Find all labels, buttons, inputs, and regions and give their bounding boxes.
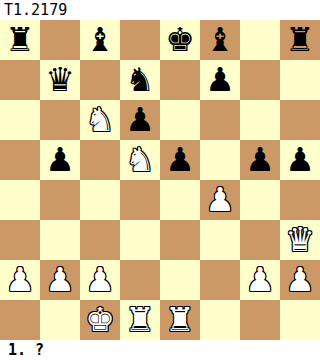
white-pawn[interactable]: ♟ (205, 180, 235, 220)
square-h1[interactable] (280, 300, 320, 340)
square-d2[interactable] (120, 260, 160, 300)
square-b8[interactable] (40, 20, 80, 60)
black-pawn[interactable]: ♟ (165, 140, 195, 180)
square-c6[interactable]: ♞ (80, 100, 120, 140)
square-d3[interactable] (120, 220, 160, 260)
move-prompt-bar: 1. ? (0, 340, 320, 360)
black-queen[interactable]: ♛ (45, 60, 75, 100)
square-h7[interactable] (280, 60, 320, 100)
square-g7[interactable] (240, 60, 280, 100)
black-bishop[interactable]: ♝ (205, 20, 235, 60)
white-rook[interactable]: ♜ (125, 300, 155, 340)
square-f7[interactable]: ♟ (200, 60, 240, 100)
square-f5[interactable] (200, 140, 240, 180)
square-e2[interactable] (160, 260, 200, 300)
square-g6[interactable] (240, 100, 280, 140)
square-c4[interactable] (80, 180, 120, 220)
black-knight[interactable]: ♞ (125, 60, 155, 100)
square-c3[interactable] (80, 220, 120, 260)
square-g5[interactable]: ♟ (240, 140, 280, 180)
square-h6[interactable] (280, 100, 320, 140)
white-rook[interactable]: ♜ (165, 300, 195, 340)
chess-board: ♜♝♚♝♜♛♞♟♞♟♟♞♟♟♟♟♛♟♟♟♟♟♚♜♜ (0, 20, 320, 340)
square-b7[interactable]: ♛ (40, 60, 80, 100)
square-c8[interactable]: ♝ (80, 20, 120, 60)
square-d8[interactable] (120, 20, 160, 60)
square-h5[interactable]: ♟ (280, 140, 320, 180)
black-pawn[interactable]: ♟ (45, 140, 75, 180)
white-pawn[interactable]: ♟ (85, 260, 115, 300)
square-b1[interactable] (40, 300, 80, 340)
square-h2[interactable]: ♟ (280, 260, 320, 300)
square-b5[interactable]: ♟ (40, 140, 80, 180)
square-e1[interactable]: ♜ (160, 300, 200, 340)
black-pawn[interactable]: ♟ (285, 140, 315, 180)
square-e3[interactable] (160, 220, 200, 260)
square-d4[interactable] (120, 180, 160, 220)
square-c5[interactable] (80, 140, 120, 180)
square-f2[interactable] (200, 260, 240, 300)
square-c7[interactable] (80, 60, 120, 100)
square-b2[interactable]: ♟ (40, 260, 80, 300)
white-pawn[interactable]: ♟ (5, 260, 35, 300)
square-f4[interactable]: ♟ (200, 180, 240, 220)
square-e5[interactable]: ♟ (160, 140, 200, 180)
square-g2[interactable]: ♟ (240, 260, 280, 300)
square-e4[interactable] (160, 180, 200, 220)
square-g8[interactable] (240, 20, 280, 60)
square-b6[interactable] (40, 100, 80, 140)
square-a1[interactable] (0, 300, 40, 340)
square-g3[interactable] (240, 220, 280, 260)
square-d1[interactable]: ♜ (120, 300, 160, 340)
black-pawn[interactable]: ♟ (125, 100, 155, 140)
black-rook[interactable]: ♜ (285, 20, 315, 60)
square-f1[interactable] (200, 300, 240, 340)
white-knight[interactable]: ♞ (125, 140, 155, 180)
white-queen[interactable]: ♛ (285, 220, 315, 260)
square-f6[interactable] (200, 100, 240, 140)
square-e6[interactable] (160, 100, 200, 140)
square-c1[interactable]: ♚ (80, 300, 120, 340)
square-a3[interactable] (0, 220, 40, 260)
black-bishop[interactable]: ♝ (85, 20, 115, 60)
white-pawn[interactable]: ♟ (285, 260, 315, 300)
white-king[interactable]: ♚ (85, 300, 115, 340)
square-a2[interactable]: ♟ (0, 260, 40, 300)
square-b4[interactable] (40, 180, 80, 220)
puzzle-id: T1.2179 (0, 0, 67, 20)
white-pawn[interactable]: ♟ (45, 260, 75, 300)
puzzle-header: T1.2179 (0, 0, 320, 20)
square-f3[interactable] (200, 220, 240, 260)
black-king[interactable]: ♚ (165, 20, 195, 60)
black-rook[interactable]: ♜ (5, 20, 35, 60)
square-f8[interactable]: ♝ (200, 20, 240, 60)
square-c2[interactable]: ♟ (80, 260, 120, 300)
square-g4[interactable] (240, 180, 280, 220)
square-g1[interactable] (240, 300, 280, 340)
square-h4[interactable] (280, 180, 320, 220)
square-a5[interactable] (0, 140, 40, 180)
square-d5[interactable]: ♞ (120, 140, 160, 180)
square-b3[interactable] (40, 220, 80, 260)
square-e7[interactable] (160, 60, 200, 100)
black-pawn[interactable]: ♟ (245, 140, 275, 180)
square-a4[interactable] (0, 180, 40, 220)
white-knight[interactable]: ♞ (85, 100, 115, 140)
square-d7[interactable]: ♞ (120, 60, 160, 100)
black-pawn[interactable]: ♟ (205, 60, 235, 100)
square-h3[interactable]: ♛ (280, 220, 320, 260)
square-h8[interactable]: ♜ (280, 20, 320, 60)
white-pawn[interactable]: ♟ (245, 260, 275, 300)
square-a8[interactable]: ♜ (0, 20, 40, 60)
square-d6[interactable]: ♟ (120, 100, 160, 140)
square-a7[interactable] (0, 60, 40, 100)
square-a6[interactable] (0, 100, 40, 140)
move-prompt: 1. ? (0, 340, 44, 360)
square-e8[interactable]: ♚ (160, 20, 200, 60)
